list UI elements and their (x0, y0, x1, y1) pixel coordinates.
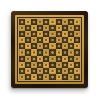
board-square[interactable] (74, 74, 80, 80)
photo-background (0, 0, 100, 100)
checkers-board-grid (19, 19, 80, 80)
board-inlay-line (17, 17, 82, 82)
board-gold-border (15, 15, 85, 85)
checkers-board-frame (11, 11, 88, 88)
